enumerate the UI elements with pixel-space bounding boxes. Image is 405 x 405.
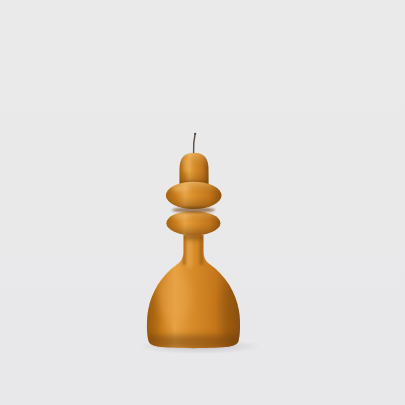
between-rings-crease: [172, 207, 215, 213]
top-knob-shading: [183, 157, 190, 173]
lower-ring-vertical-shade: [166, 211, 220, 235]
upper-ring-vertical-shade: [166, 182, 222, 209]
base-bottom-rim-shade: [146, 335, 241, 349]
bell-highlight: [158, 272, 192, 322]
product-photo-scene: [0, 0, 405, 405]
top-knob-specular: [183, 157, 190, 173]
lower-ring-specular: [173, 214, 189, 220]
wick-tip: [194, 133, 196, 135]
candle-photo-illustration: [0, 0, 405, 405]
lower-ring-shading: [173, 214, 189, 220]
upper-ring-shading: [172, 185, 190, 192]
upper-ring-specular: [172, 185, 190, 192]
